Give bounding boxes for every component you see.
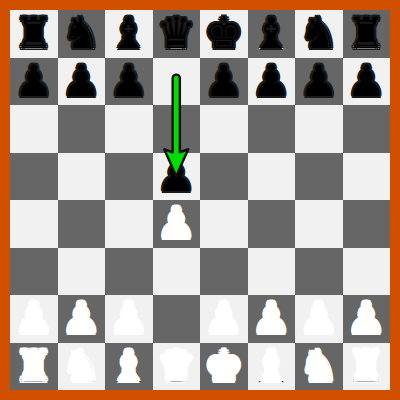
square-h5[interactable] — [343, 153, 391, 201]
square-d8[interactable]: ♛ — [153, 10, 201, 58]
chess-board: ♜♞♝♛♚♝♞♜♟♟♟♟♟♟♟♟♟♟♟♟♟♟♟♟♜♞♝♛♚♝♞♜ — [10, 10, 390, 390]
square-h7[interactable]: ♟ — [343, 58, 391, 106]
black-rook-a8[interactable]: ♜ — [14, 10, 53, 58]
square-e1[interactable]: ♚ — [200, 343, 248, 391]
square-a1[interactable]: ♜ — [10, 343, 58, 391]
square-f1[interactable]: ♝ — [248, 343, 296, 391]
square-h3[interactable] — [343, 248, 391, 296]
square-a2[interactable]: ♟ — [10, 295, 58, 343]
square-c1[interactable]: ♝ — [105, 343, 153, 391]
white-pawn-h2[interactable]: ♟ — [347, 295, 386, 343]
square-a3[interactable] — [10, 248, 58, 296]
square-g5[interactable] — [295, 153, 343, 201]
square-b5[interactable] — [58, 153, 106, 201]
square-d3[interactable] — [153, 248, 201, 296]
square-d1[interactable]: ♛ — [153, 343, 201, 391]
white-queen-d1[interactable]: ♛ — [157, 343, 196, 391]
white-bishop-c1[interactable]: ♝ — [109, 343, 148, 391]
black-king-e8[interactable]: ♚ — [204, 10, 243, 58]
square-d4[interactable]: ♟ — [153, 200, 201, 248]
square-f7[interactable]: ♟ — [248, 58, 296, 106]
board-frame: ♜♞♝♛♚♝♞♜♟♟♟♟♟♟♟♟♟♟♟♟♟♟♟♟♜♞♝♛♚♝♞♜ — [0, 0, 400, 400]
square-d7[interactable] — [153, 58, 201, 106]
square-b1[interactable]: ♞ — [58, 343, 106, 391]
square-c6[interactable] — [105, 105, 153, 153]
square-b2[interactable]: ♟ — [58, 295, 106, 343]
square-g7[interactable]: ♟ — [295, 58, 343, 106]
square-e4[interactable] — [200, 200, 248, 248]
white-pawn-c2[interactable]: ♟ — [109, 295, 148, 343]
square-b6[interactable] — [58, 105, 106, 153]
black-pawn-c7[interactable]: ♟ — [109, 58, 148, 106]
square-a8[interactable]: ♜ — [10, 10, 58, 58]
square-c8[interactable]: ♝ — [105, 10, 153, 58]
black-pawn-a7[interactable]: ♟ — [14, 58, 53, 106]
square-f8[interactable]: ♝ — [248, 10, 296, 58]
white-rook-a1[interactable]: ♜ — [14, 343, 53, 391]
square-g3[interactable] — [295, 248, 343, 296]
square-b8[interactable]: ♞ — [58, 10, 106, 58]
square-a4[interactable] — [10, 200, 58, 248]
square-f4[interactable] — [248, 200, 296, 248]
white-pawn-g2[interactable]: ♟ — [299, 295, 338, 343]
square-f2[interactable]: ♟ — [248, 295, 296, 343]
square-e8[interactable]: ♚ — [200, 10, 248, 58]
square-d6[interactable] — [153, 105, 201, 153]
square-d5[interactable]: ♟ — [153, 153, 201, 201]
square-e7[interactable]: ♟ — [200, 58, 248, 106]
black-pawn-f7[interactable]: ♟ — [252, 58, 291, 106]
square-f6[interactable] — [248, 105, 296, 153]
square-h6[interactable] — [343, 105, 391, 153]
square-e3[interactable] — [200, 248, 248, 296]
white-pawn-f2[interactable]: ♟ — [252, 295, 291, 343]
square-e5[interactable] — [200, 153, 248, 201]
square-f5[interactable] — [248, 153, 296, 201]
square-g8[interactable]: ♞ — [295, 10, 343, 58]
white-pawn-b2[interactable]: ♟ — [62, 295, 101, 343]
black-knight-b8[interactable]: ♞ — [62, 10, 101, 58]
square-b3[interactable] — [58, 248, 106, 296]
black-pawn-b7[interactable]: ♟ — [62, 58, 101, 106]
black-pawn-h7[interactable]: ♟ — [347, 58, 386, 106]
square-h1[interactable]: ♜ — [343, 343, 391, 391]
white-king-e1[interactable]: ♚ — [204, 343, 243, 391]
square-c4[interactable] — [105, 200, 153, 248]
black-knight-g8[interactable]: ♞ — [299, 10, 338, 58]
black-pawn-e7[interactable]: ♟ — [204, 58, 243, 106]
square-c2[interactable]: ♟ — [105, 295, 153, 343]
square-a6[interactable] — [10, 105, 58, 153]
white-knight-g1[interactable]: ♞ — [299, 343, 338, 391]
square-c5[interactable] — [105, 153, 153, 201]
square-c7[interactable]: ♟ — [105, 58, 153, 106]
black-bishop-c8[interactable]: ♝ — [109, 10, 148, 58]
square-e2[interactable]: ♟ — [200, 295, 248, 343]
square-g4[interactable] — [295, 200, 343, 248]
black-queen-d8[interactable]: ♛ — [157, 10, 196, 58]
white-rook-h1[interactable]: ♜ — [347, 343, 386, 391]
white-pawn-d4[interactable]: ♟ — [157, 200, 196, 248]
black-bishop-f8[interactable]: ♝ — [252, 10, 291, 58]
white-bishop-f1[interactable]: ♝ — [252, 343, 291, 391]
square-g6[interactable] — [295, 105, 343, 153]
square-d2[interactable] — [153, 295, 201, 343]
square-f3[interactable] — [248, 248, 296, 296]
square-h8[interactable]: ♜ — [343, 10, 391, 58]
square-a5[interactable] — [10, 153, 58, 201]
square-b4[interactable] — [58, 200, 106, 248]
square-g2[interactable]: ♟ — [295, 295, 343, 343]
white-knight-b1[interactable]: ♞ — [62, 343, 101, 391]
square-h4[interactable] — [343, 200, 391, 248]
white-pawn-e2[interactable]: ♟ — [204, 295, 243, 343]
square-c3[interactable] — [105, 248, 153, 296]
square-a7[interactable]: ♟ — [10, 58, 58, 106]
black-rook-h8[interactable]: ♜ — [347, 10, 386, 58]
square-b7[interactable]: ♟ — [58, 58, 106, 106]
square-h2[interactable]: ♟ — [343, 295, 391, 343]
white-pawn-a2[interactable]: ♟ — [14, 295, 53, 343]
square-e6[interactable] — [200, 105, 248, 153]
black-pawn-g7[interactable]: ♟ — [299, 58, 338, 106]
square-g1[interactable]: ♞ — [295, 343, 343, 391]
black-pawn-d5[interactable]: ♟ — [157, 153, 196, 201]
